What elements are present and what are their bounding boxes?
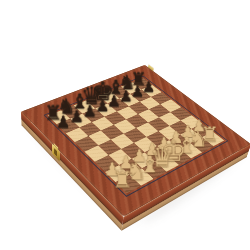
piece-black-pawn[interactable]: ♟ (119, 89, 133, 104)
piece-black-pawn[interactable]: ♟ (56, 114, 71, 130)
piece-black-pawn[interactable]: ♟ (95, 98, 109, 114)
piece-white-rook[interactable]: ♜ (113, 168, 134, 191)
board-top-face: ♜♟♟♜♞♟♟♞♝♟♟♝♚♟♟♚♛♟♟♛♝♟♟♝♞♟♟♞♜♟♟♜ (21, 65, 250, 217)
board-tilt-wrapper: ♜♟♟♜♞♟♟♞♝♟♟♝♚♟♟♚♛♟♟♛♝♟♟♝♞♟♟♞♜♟♟♜ (43, 35, 228, 220)
piece-black-pawn[interactable]: ♟ (69, 109, 83, 125)
product-photo-scene: ♜♟♟♜♞♟♟♞♝♟♟♝♚♟♟♚♛♟♟♛♝♟♟♝♞♟♟♞♜♟♟♜ (0, 0, 250, 250)
chess-box: ♜♟♟♜♞♟♟♞♝♟♟♝♚♟♟♚♛♟♟♛♝♟♟♝♞♟♟♞♜♟♟♜ (21, 65, 250, 217)
piece-black-pawn[interactable]: ♟ (82, 103, 96, 119)
